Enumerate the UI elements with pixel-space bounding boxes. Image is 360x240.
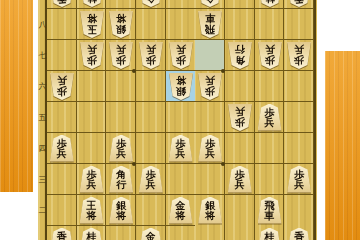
piece-face: 歩兵 — [80, 42, 104, 69]
shogi-piece-角行-3-3[interactable]: 角行 — [109, 166, 133, 193]
piece-face: 金将 — [139, 0, 163, 7]
board-square-9-4[interactable] — [284, 133, 314, 164]
board-square-9-2[interactable] — [284, 195, 314, 226]
piece-kanji: 銀 — [176, 85, 186, 96]
piece-kanji: 兵 — [57, 149, 67, 160]
shogi-piece-桂馬-8-1[interactable]: 桂馬 — [258, 228, 282, 240]
piece-kanji: 歩 — [294, 54, 304, 65]
piece-face: 歩兵 — [258, 42, 282, 69]
rank-label-6: 六 — [38, 81, 47, 92]
shogi-piece-歩兵-7-5[interactable]: 歩兵 — [228, 104, 252, 131]
shogi-piece-桂馬-8-9[interactable]: 桂馬 — [258, 0, 282, 7]
board-square-8-6[interactable] — [255, 71, 285, 102]
board-square-4-4[interactable] — [136, 133, 166, 164]
piece-kanji: 金 — [205, 0, 215, 3]
piece-kanji: 金 — [146, 0, 156, 3]
piece-face: 銀将 — [109, 197, 133, 224]
right-tray-panel — [325, 51, 360, 240]
board-square-3-6[interactable] — [106, 71, 136, 102]
piece-kanji: 兵 — [116, 44, 126, 55]
piece-kanji: 兵 — [294, 180, 304, 191]
shogi-piece-銀将-6-2[interactable]: 銀将 — [198, 197, 222, 224]
board-square-1-5[interactable] — [47, 102, 77, 133]
piece-kanji: 玉 — [87, 23, 97, 34]
shogi-piece-銀将-3-8[interactable]: 銀将 — [109, 11, 133, 38]
board-square-2-4[interactable] — [77, 133, 107, 164]
piece-kanji: 香 — [294, 232, 304, 240]
piece-face: 歩兵 — [50, 73, 74, 100]
shogi-piece-香車-9-9[interactable]: 香車 — [287, 0, 311, 7]
piece-face: 銀将 — [169, 73, 193, 100]
piece-face: 香車 — [50, 228, 74, 240]
piece-kanji: 桂 — [87, 232, 97, 240]
piece-face: 歩兵 — [109, 42, 133, 69]
piece-kanji: 香 — [57, 232, 67, 240]
board-square-3-5[interactable] — [106, 102, 136, 133]
piece-face: 歩兵 — [50, 135, 74, 162]
board-square-8-3[interactable] — [255, 164, 285, 195]
rank-label-2: 二 — [38, 205, 47, 216]
piece-kanji: 歩 — [116, 54, 126, 65]
board-square-8-8[interactable] — [255, 9, 285, 40]
board-square-6-1[interactable] — [195, 226, 225, 240]
piece-face: 金将 — [198, 0, 222, 7]
shogi-piece-香車-1-9[interactable]: 香車 — [50, 0, 74, 7]
shogi-piece-歩兵-7-3[interactable]: 歩兵 — [228, 166, 252, 193]
piece-kanji: 兵 — [205, 149, 215, 160]
board-square-8-4[interactable] — [255, 133, 285, 164]
piece-kanji: 桂 — [265, 232, 275, 240]
piece-face: 桂馬 — [80, 228, 104, 240]
piece-kanji: 兵 — [265, 118, 275, 129]
shogi-piece-歩兵-6-4[interactable]: 歩兵 — [198, 135, 222, 162]
piece-kanji: 車 — [205, 13, 215, 24]
piece-face: 歩兵 — [198, 135, 222, 162]
board-square-7-4[interactable] — [225, 133, 255, 164]
board-square-9-6[interactable] — [284, 71, 314, 102]
rank-label-4: 四 — [38, 143, 47, 154]
piece-kanji: 将 — [87, 13, 97, 24]
piece-face: 歩兵 — [169, 42, 193, 69]
piece-face: 香車 — [287, 228, 311, 240]
shogi-piece-歩兵-8-7[interactable]: 歩兵 — [258, 42, 282, 69]
shogi-piece-歩兵-3-4[interactable]: 歩兵 — [109, 135, 133, 162]
board-square-1-7[interactable] — [47, 40, 77, 71]
piece-face: 歩兵 — [287, 166, 311, 193]
piece-kanji: 行 — [116, 180, 126, 191]
piece-kanji: 兵 — [235, 106, 245, 117]
board-square-3-1[interactable] — [106, 226, 136, 240]
piece-face: 金将 — [139, 228, 163, 240]
board-square-5-3[interactable] — [166, 164, 196, 195]
shogi-piece-金将-4-1[interactable]: 金将 — [139, 228, 163, 240]
shogi-piece-銀将-3-2[interactable]: 銀将 — [109, 197, 133, 224]
rank-label-7: 七 — [38, 50, 47, 61]
board-square-4-8[interactable] — [136, 9, 166, 40]
piece-kanji: 歩 — [205, 85, 215, 96]
piece-kanji: 将 — [176, 211, 186, 222]
shogi-piece-歩兵-4-3[interactable]: 歩兵 — [139, 166, 163, 193]
shogi-piece-銀将-5-6[interactable]: 銀将 — [169, 73, 193, 100]
piece-kanji: 兵 — [87, 180, 97, 191]
piece-kanji: 歩 — [265, 54, 275, 65]
shogi-piece-角行-7-7[interactable]: 角行 — [228, 42, 252, 69]
shogi-piece-歩兵-4-7[interactable]: 歩兵 — [139, 42, 163, 69]
board-square-6-7[interactable] — [195, 40, 225, 71]
board-square-5-5[interactable] — [166, 102, 196, 133]
board-square-1-3[interactable] — [47, 164, 77, 195]
board-square-7-1[interactable] — [225, 226, 255, 240]
rank-label-3: 三 — [38, 174, 47, 185]
shogi-piece-歩兵-6-6[interactable]: 歩兵 — [198, 73, 222, 100]
shogi-piece-金将-4-9[interactable]: 金将 — [139, 0, 163, 7]
board-square-7-2[interactable] — [225, 195, 255, 226]
shogi-piece-歩兵-9-7[interactable]: 歩兵 — [287, 42, 311, 69]
hoshi-dot — [132, 69, 136, 73]
piece-face: 歩兵 — [287, 42, 311, 69]
piece-kanji: 兵 — [205, 75, 215, 86]
piece-face: 香車 — [287, 0, 311, 7]
piece-kanji: 兵 — [294, 44, 304, 55]
piece-kanji: 歩 — [57, 85, 67, 96]
shogi-piece-金将-6-9[interactable]: 金将 — [198, 0, 222, 7]
piece-face: 香車 — [50, 0, 74, 7]
piece-kanji: 兵 — [146, 44, 156, 55]
piece-face: 歩兵 — [228, 166, 252, 193]
piece-face: 角行 — [109, 166, 133, 193]
rank-label-5: 五 — [38, 112, 47, 123]
shogi-piece-歩兵-5-7[interactable]: 歩兵 — [169, 42, 193, 69]
piece-kanji: 桂 — [265, 0, 275, 3]
shogi-piece-歩兵-8-5[interactable]: 歩兵 — [258, 104, 282, 131]
board-square-6-3[interactable] — [195, 164, 225, 195]
piece-kanji: 兵 — [146, 180, 156, 191]
piece-face: 金将 — [169, 197, 193, 224]
piece-face: 歩兵 — [139, 166, 163, 193]
board-square-1-8[interactable] — [47, 9, 77, 40]
board-square-5-1[interactable] — [166, 226, 196, 240]
piece-kanji: 角 — [235, 54, 245, 65]
piece-kanji: 香 — [294, 0, 304, 3]
board-square-7-9[interactable] — [225, 0, 255, 9]
piece-face: 玉将 — [80, 11, 104, 38]
shogi-piece-歩兵-5-4[interactable]: 歩兵 — [169, 135, 193, 162]
shogi-piece-飛車-6-8[interactable]: 飛車 — [198, 11, 222, 38]
piece-face: 桂馬 — [258, 228, 282, 240]
piece-kanji: 兵 — [116, 149, 126, 160]
piece-kanji: 兵 — [235, 180, 245, 191]
shogi-piece-歩兵-1-6[interactable]: 歩兵 — [50, 73, 74, 100]
board-square-2-6[interactable] — [77, 71, 107, 102]
shogi-piece-桂馬-2-9[interactable]: 桂馬 — [80, 0, 104, 7]
piece-kanji: 銀 — [116, 23, 126, 34]
shogi-piece-歩兵-2-3[interactable]: 歩兵 — [80, 166, 104, 193]
piece-kanji: 兵 — [57, 75, 67, 86]
piece-kanji: 将 — [176, 75, 186, 86]
piece-kanji: 歩 — [87, 54, 97, 65]
shogi-piece-王将-2-2[interactable]: 王将 — [80, 197, 104, 224]
rank-label-8: 八 — [38, 19, 47, 30]
shogi-piece-香車-9-1[interactable]: 香車 — [287, 228, 311, 240]
piece-face: 銀将 — [109, 11, 133, 38]
piece-kanji: 将 — [87, 211, 97, 222]
left-tray-panel — [0, 0, 33, 192]
piece-kanji: 兵 — [87, 44, 97, 55]
shogi-piece-歩兵-9-3[interactable]: 歩兵 — [287, 166, 311, 193]
board-square-4-6[interactable] — [136, 71, 166, 102]
piece-face: 飛車 — [198, 11, 222, 38]
piece-face: 桂馬 — [258, 0, 282, 7]
board-square-5-8[interactable] — [166, 9, 196, 40]
piece-kanji: 飛 — [205, 23, 215, 34]
piece-kanji: 歩 — [235, 116, 245, 127]
piece-face: 歩兵 — [198, 73, 222, 100]
piece-kanji: 車 — [265, 211, 275, 222]
piece-face: 桂馬 — [80, 0, 104, 7]
shogi-piece-金将-5-2[interactable]: 金将 — [169, 197, 193, 224]
piece-kanji: 将 — [116, 13, 126, 24]
board-square-9-8[interactable] — [284, 9, 314, 40]
shogi-piece-香車-1-1[interactable]: 香車 — [50, 228, 74, 240]
board-square-5-9[interactable] — [166, 0, 196, 9]
board-square-2-5[interactable] — [77, 102, 107, 133]
shogi-piece-桂馬-2-1[interactable]: 桂馬 — [80, 228, 104, 240]
piece-face: 歩兵 — [258, 104, 282, 131]
shogi-piece-玉将-2-8[interactable]: 玉将 — [80, 11, 104, 38]
piece-face: 飛車 — [258, 197, 282, 224]
piece-kanji: 将 — [205, 211, 215, 222]
piece-face: 角行 — [228, 42, 252, 69]
board-square-1-2[interactable] — [47, 195, 77, 226]
piece-kanji: 歩 — [176, 54, 186, 65]
board-square-7-8[interactable] — [225, 9, 255, 40]
piece-kanji: 金 — [146, 232, 156, 240]
piece-face: 銀将 — [198, 197, 222, 224]
shogi-piece-歩兵-2-7[interactable]: 歩兵 — [80, 42, 104, 69]
piece-kanji: 兵 — [176, 149, 186, 160]
board-square-9-5[interactable] — [284, 102, 314, 133]
board-square-4-2[interactable] — [136, 195, 166, 226]
piece-face: 歩兵 — [228, 104, 252, 131]
piece-kanji: 歩 — [146, 54, 156, 65]
piece-face: 王将 — [80, 197, 104, 224]
piece-kanji: 香 — [57, 0, 67, 3]
piece-kanji: 兵 — [176, 44, 186, 55]
piece-face: 歩兵 — [109, 135, 133, 162]
piece-face: 歩兵 — [80, 166, 104, 193]
piece-kanji: 将 — [116, 211, 126, 222]
piece-face: 歩兵 — [169, 135, 193, 162]
piece-kanji: 兵 — [265, 44, 275, 55]
shogi-piece-歩兵-1-4[interactable]: 歩兵 — [50, 135, 74, 162]
board-square-6-5[interactable] — [195, 102, 225, 133]
shogi-app-screen: 八七六五四三二 香車桂馬金将金将桂馬香車玉将銀将飛車歩兵歩兵歩兵歩兵角行歩兵歩兵… — [0, 0, 360, 240]
piece-face: 歩兵 — [139, 42, 163, 69]
shogi-piece-飛車-8-2[interactable]: 飛車 — [258, 197, 282, 224]
board-square-4-5[interactable] — [136, 102, 166, 133]
piece-kanji: 行 — [235, 44, 245, 55]
board-square-7-6[interactable] — [225, 71, 255, 102]
shogi-piece-歩兵-3-7[interactable]: 歩兵 — [109, 42, 133, 69]
board-square-3-9[interactable] — [106, 0, 136, 9]
hoshi-dot — [221, 162, 225, 166]
piece-kanji: 桂 — [87, 0, 97, 3]
